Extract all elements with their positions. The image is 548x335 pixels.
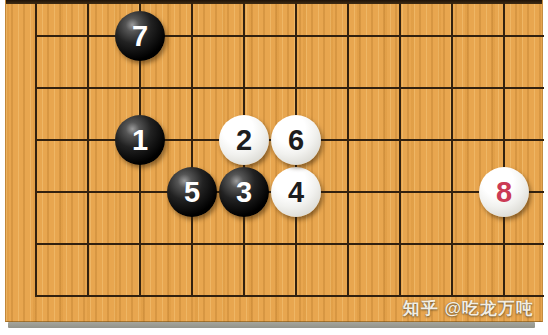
grid-vertical-line	[347, 2, 349, 296]
stone-white-2: 2	[219, 115, 269, 165]
stone-number: 6	[288, 126, 304, 155]
grid-vertical-line	[503, 2, 505, 296]
stone-white-4: 4	[271, 167, 321, 217]
stone-number: 1	[132, 126, 148, 155]
grid-horizontal-line	[35, 87, 544, 89]
watermark: 知乎 @吃龙万吨	[403, 297, 534, 320]
grid-vertical-line	[35, 2, 37, 296]
board-bottom-shadow	[8, 322, 535, 328]
stone-black-7: 7	[115, 11, 165, 61]
stone-white-6: 6	[271, 115, 321, 165]
go-board: 12345678 知乎 @吃龙万吨	[5, 0, 543, 322]
stone-white-8: 8	[479, 167, 529, 217]
grid-vertical-line	[451, 2, 453, 296]
stone-black-5: 5	[167, 167, 217, 217]
stone-number: 7	[132, 22, 148, 51]
stone-black-1: 1	[115, 115, 165, 165]
stone-number: 3	[236, 178, 252, 207]
stone-number: 4	[288, 178, 304, 207]
go-diagram-frame: 12345678 知乎 @吃龙万吨	[0, 0, 548, 335]
grid-horizontal-line	[35, 35, 544, 37]
stone-number: 2	[236, 126, 252, 155]
stone-black-3: 3	[219, 167, 269, 217]
grid-horizontal-line	[35, 243, 544, 245]
grid-vertical-line	[191, 2, 193, 296]
grid-vertical-line	[87, 2, 89, 296]
stone-number: 5	[184, 178, 200, 207]
grid-vertical-line	[399, 2, 401, 296]
stone-number: 8	[496, 178, 512, 207]
